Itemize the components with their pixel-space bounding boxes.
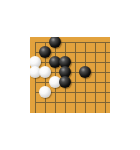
white-stone — [39, 66, 51, 78]
black-stone — [39, 46, 51, 58]
board-grid-line-horizontal — [35, 42, 110, 43]
go-board[interactable] — [30, 37, 110, 113]
board-grid-line-horizontal — [35, 62, 110, 63]
board-grid-line-horizontal — [35, 82, 110, 83]
black-stone — [59, 76, 71, 88]
black-stone — [49, 37, 61, 48]
black-stone — [79, 66, 91, 78]
white-stone — [39, 86, 51, 98]
go-thumbnail — [0, 0, 140, 150]
board-grid-line-horizontal — [35, 102, 110, 103]
